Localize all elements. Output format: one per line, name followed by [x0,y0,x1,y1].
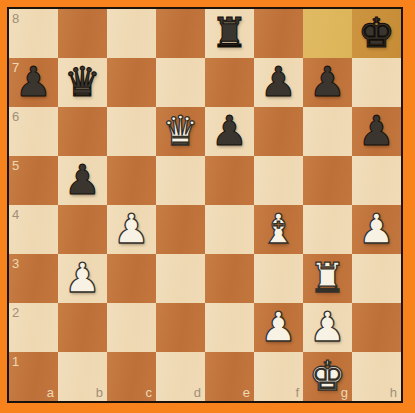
piece-black-queen[interactable]: ♛ [64,62,101,103]
square-e5[interactable] [205,156,254,205]
rank-label-6: 6 [12,110,19,123]
chess-board: 8♜♚7♟♛♟♟6♛♟♟5♟4♟♝♟3♟♜2♟♟1abcdefg♚h [9,9,401,401]
square-h8[interactable]: ♚ [352,9,401,58]
file-label-c: c [146,386,153,399]
file-label-a: a [47,386,54,399]
square-c6[interactable] [107,107,156,156]
square-g1[interactable]: g♚ [303,352,352,401]
square-e4[interactable] [205,205,254,254]
file-label-d: d [194,386,201,399]
square-g8[interactable] [303,9,352,58]
square-h4[interactable]: ♟ [352,205,401,254]
square-b8[interactable] [58,9,107,58]
piece-black-rook[interactable]: ♜ [211,13,248,54]
rank-label-8: 8 [12,12,19,25]
square-c1[interactable]: c [107,352,156,401]
square-a3[interactable]: 3 [9,254,58,303]
square-e3[interactable] [205,254,254,303]
square-d7[interactable] [156,58,205,107]
square-b4[interactable] [58,205,107,254]
piece-white-rook[interactable]: ♜ [309,258,346,299]
square-c8[interactable] [107,9,156,58]
rank-label-1: 1 [12,355,19,368]
square-f5[interactable] [254,156,303,205]
piece-black-pawn[interactable]: ♟ [15,62,52,103]
square-e7[interactable] [205,58,254,107]
square-b2[interactable] [58,303,107,352]
square-c3[interactable] [107,254,156,303]
piece-white-queen[interactable]: ♛ [162,111,199,152]
square-c2[interactable] [107,303,156,352]
square-c5[interactable] [107,156,156,205]
piece-black-pawn[interactable]: ♟ [358,111,395,152]
file-label-f: f [295,386,299,399]
piece-white-pawn[interactable]: ♟ [358,209,395,250]
piece-white-pawn[interactable]: ♟ [64,258,101,299]
square-b1[interactable]: b [58,352,107,401]
square-h5[interactable] [352,156,401,205]
square-d3[interactable] [156,254,205,303]
square-b7[interactable]: ♛ [58,58,107,107]
square-e6[interactable]: ♟ [205,107,254,156]
square-g3[interactable]: ♜ [303,254,352,303]
square-b3[interactable]: ♟ [58,254,107,303]
board-frame: 8♜♚7♟♛♟♟6♛♟♟5♟4♟♝♟3♟♜2♟♟1abcdefg♚h [7,7,403,403]
square-h2[interactable] [352,303,401,352]
rank-label-5: 5 [12,159,19,172]
square-f2[interactable]: ♟ [254,303,303,352]
square-h6[interactable]: ♟ [352,107,401,156]
square-f7[interactable]: ♟ [254,58,303,107]
piece-white-king[interactable]: ♚ [309,356,346,397]
file-label-e: e [243,386,250,399]
file-label-b: b [96,386,103,399]
square-d6[interactable]: ♛ [156,107,205,156]
chess-app-screen: 8♜♚7♟♛♟♟6♛♟♟5♟4♟♝♟3♟♜2♟♟1abcdefg♚h [0,0,415,413]
piece-black-pawn[interactable]: ♟ [309,62,346,103]
square-d1[interactable]: d [156,352,205,401]
square-d8[interactable] [156,9,205,58]
rank-label-3: 3 [12,257,19,270]
square-a2[interactable]: 2 [9,303,58,352]
square-e1[interactable]: e [205,352,254,401]
piece-black-pawn[interactable]: ♟ [64,160,101,201]
piece-black-pawn[interactable]: ♟ [260,62,297,103]
square-d2[interactable] [156,303,205,352]
piece-white-bishop[interactable]: ♝ [260,209,297,250]
square-f6[interactable] [254,107,303,156]
piece-white-pawn[interactable]: ♟ [309,307,346,348]
square-e2[interactable] [205,303,254,352]
square-e8[interactable]: ♜ [205,9,254,58]
piece-white-pawn[interactable]: ♟ [113,209,150,250]
square-a8[interactable]: 8 [9,9,58,58]
square-f4[interactable]: ♝ [254,205,303,254]
square-f8[interactable] [254,9,303,58]
square-g7[interactable]: ♟ [303,58,352,107]
rank-label-2: 2 [12,306,19,319]
piece-black-pawn[interactable]: ♟ [211,111,248,152]
square-h1[interactable]: h [352,352,401,401]
file-label-h: h [390,386,397,399]
square-a5[interactable]: 5 [9,156,58,205]
square-c4[interactable]: ♟ [107,205,156,254]
square-g2[interactable]: ♟ [303,303,352,352]
square-c7[interactable] [107,58,156,107]
square-b6[interactable] [58,107,107,156]
square-f3[interactable] [254,254,303,303]
square-h7[interactable] [352,58,401,107]
rank-label-4: 4 [12,208,19,221]
square-a6[interactable]: 6 [9,107,58,156]
square-a7[interactable]: 7♟ [9,58,58,107]
piece-black-king[interactable]: ♚ [358,13,395,54]
square-a4[interactable]: 4 [9,205,58,254]
square-a1[interactable]: 1a [9,352,58,401]
square-g5[interactable] [303,156,352,205]
square-d4[interactable] [156,205,205,254]
square-h3[interactable] [352,254,401,303]
piece-white-pawn[interactable]: ♟ [260,307,297,348]
square-b5[interactable]: ♟ [58,156,107,205]
square-g6[interactable] [303,107,352,156]
square-g4[interactable] [303,205,352,254]
square-d5[interactable] [156,156,205,205]
square-f1[interactable]: f [254,352,303,401]
